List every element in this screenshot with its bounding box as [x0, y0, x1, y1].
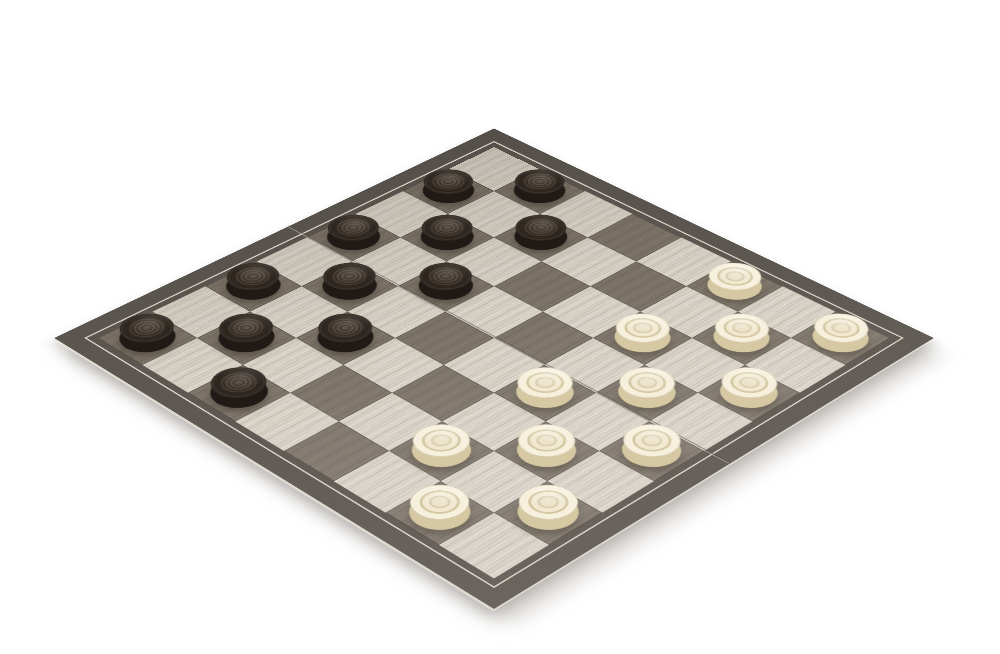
- board-cell[interactable]: [98, 312, 197, 365]
- checkers-board: [54, 128, 934, 608]
- photo-scene: [0, 0, 1000, 654]
- cream-checker[interactable]: [803, 308, 880, 349]
- cream-checker[interactable]: [698, 257, 772, 296]
- playing-field: [98, 147, 890, 578]
- dark-checker[interactable]: [208, 308, 285, 349]
- dark-checker[interactable]: [216, 257, 290, 296]
- cream-checker[interactable]: [611, 418, 692, 464]
